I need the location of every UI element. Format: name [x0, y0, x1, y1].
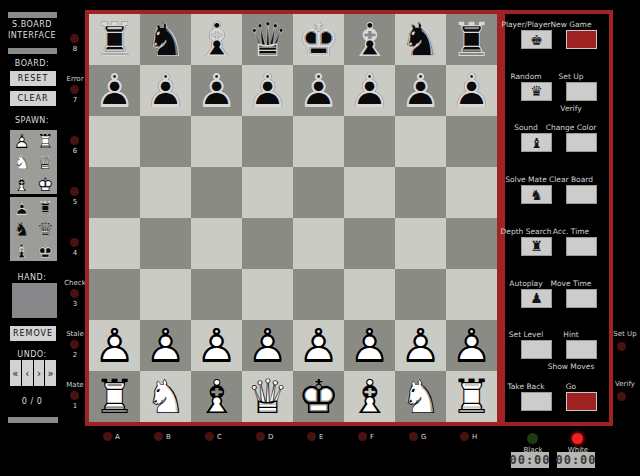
black-knight: ♞♘	[140, 14, 191, 65]
white-pawn-line: ♙	[344, 320, 395, 371]
white-knight: ♞♘	[395, 371, 446, 422]
spawn-section-label: SPAWN:	[0, 116, 64, 125]
spawn-white-bishop[interactable]: ♝♗	[10, 173, 34, 194]
white-queen-icon: ♛♕	[34, 151, 58, 172]
white-bishop-line: ♗	[191, 371, 242, 422]
rank-led-8	[70, 34, 79, 43]
square-g4[interactable]	[395, 218, 446, 269]
black-king-icon-line: ♔	[34, 240, 58, 261]
square-d8[interactable]: ♛♕	[242, 14, 293, 65]
rank-led-3	[70, 289, 79, 298]
black-pawn: ♟♙	[293, 65, 344, 116]
rank-number-6: 6	[64, 147, 86, 155]
black-queen: ♛♕	[242, 14, 293, 65]
clear-button[interactable]: CLEAR	[10, 91, 56, 106]
square-d5[interactable]	[242, 167, 293, 218]
square-c3[interactable]	[191, 269, 242, 320]
white-pawn: ♟♙	[89, 320, 140, 371]
black-queen-line: ♕	[242, 14, 293, 65]
white-queen-icon-line: ♕	[34, 151, 58, 172]
pawn-icon: ♟	[530, 291, 543, 305]
knight-icon: ♞	[530, 188, 543, 202]
white-king-icon: ♚♔	[34, 173, 58, 194]
square-b1[interactable]: ♞♘	[140, 371, 191, 422]
go-button[interactable]	[566, 392, 597, 411]
file-led-f	[358, 432, 367, 441]
clear-board-label: Clear Board	[534, 175, 608, 184]
move-time-button[interactable]	[566, 289, 597, 308]
black-pawn-line: ♙	[395, 65, 446, 116]
rank-status-label-error: Error	[64, 75, 86, 83]
white-queen-line: ♕	[242, 371, 293, 422]
take-back-button[interactable]	[521, 392, 552, 411]
black-pawn-line: ♙	[293, 65, 344, 116]
rank-number-5: 5	[64, 198, 86, 206]
square-f2[interactable]: ♟♙	[344, 320, 395, 371]
white-rook: ♜♖	[446, 371, 497, 422]
random-button[interactable]: ♛	[521, 82, 552, 101]
white-pawn: ♟♙	[395, 320, 446, 371]
rank-led-6	[70, 136, 79, 145]
rank-number-7: 7	[64, 96, 86, 104]
file-letter-b: B	[166, 433, 171, 441]
square-d3[interactable]	[242, 269, 293, 320]
spawn-white-queen[interactable]: ♛♕	[34, 151, 58, 172]
rank-number-8: 8	[64, 45, 86, 53]
undo-first-button[interactable]: «	[10, 360, 21, 386]
spawn-black-bishop[interactable]: ♝♗	[10, 240, 34, 261]
chess-board-frame: ♜♖♞♘♝♗♛♕♚♔♝♗♞♘♜♖♟♙♟♙♟♙♟♙♟♙♟♙♟♙♟♙♟♙♟♙♟♙♟♙…	[85, 10, 501, 426]
square-e2[interactable]: ♟♙	[293, 320, 344, 371]
square-d6[interactable]	[242, 116, 293, 167]
file-letter-e: E	[319, 433, 323, 441]
file-led-c	[205, 432, 214, 441]
square-f5[interactable]	[344, 167, 395, 218]
file-led-g	[409, 432, 418, 441]
black-pawn-line: ♙	[344, 65, 395, 116]
black-pawn-line: ♙	[89, 65, 140, 116]
black-bishop-line: ♗	[344, 14, 395, 65]
white-pawn-line: ♙	[89, 320, 140, 371]
square-e8[interactable]: ♚♔	[293, 14, 344, 65]
square-b8[interactable]: ♞♘	[140, 14, 191, 65]
black-pawn: ♟♙	[191, 65, 242, 116]
white-pawn-line: ♙	[293, 320, 344, 371]
white-pawn-icon-line: ♙	[10, 130, 34, 151]
spawn-white-pawn[interactable]: ♟♙	[10, 130, 34, 151]
black-rook-line: ♖	[89, 14, 140, 65]
white-pawn-line: ♙	[191, 320, 242, 371]
app-title-line2: INTERFACE	[0, 31, 64, 40]
square-b4[interactable]	[140, 218, 191, 269]
bishop-icon: ♝	[530, 136, 543, 150]
app-title-line1: S.BOARD	[0, 20, 64, 29]
spawn-black-pawn[interactable]: ♟♙	[10, 197, 34, 218]
outer-set-up-led	[617, 342, 626, 351]
black-pawn-icon: ♟♙	[10, 197, 34, 218]
white-pawn: ♟♙	[242, 320, 293, 371]
rank-status-label-mate: Mate	[64, 381, 86, 389]
square-g1[interactable]: ♞♘	[395, 371, 446, 422]
rook-icon: ♜	[530, 239, 543, 253]
hint-label: Hint	[534, 330, 608, 339]
file-letter-a: A	[115, 433, 120, 441]
clock-area: Black White 00:00 00:00	[495, 428, 640, 476]
spawn-white-rook[interactable]: ♜♖	[34, 130, 58, 151]
black-rook-icon: ♜♖	[34, 197, 58, 218]
black-king-icon: ♚♔	[34, 240, 58, 261]
square-g2[interactable]: ♟♙	[395, 320, 446, 371]
white-bishop: ♝♗	[191, 371, 242, 422]
square-a7[interactable]: ♟♙	[89, 65, 140, 116]
black-bishop: ♝♗	[191, 14, 242, 65]
file-letter-c: C	[217, 433, 222, 441]
square-d4[interactable]	[242, 218, 293, 269]
reset-button[interactable]: RESET	[10, 71, 56, 86]
black-rook-icon-line: ♖	[34, 197, 58, 218]
square-d2[interactable]: ♟♙	[242, 320, 293, 371]
move-time-label: Move Time	[534, 279, 608, 288]
black-bishop: ♝♗	[344, 14, 395, 65]
white-knight-icon: ♞♘	[10, 151, 34, 172]
black-knight-icon: ♞♘	[10, 218, 34, 239]
square-c4[interactable]	[191, 218, 242, 269]
white-rook-line: ♖	[446, 371, 497, 422]
queen-icon: ♛	[530, 84, 543, 98]
rank-number-4: 4	[64, 249, 86, 257]
divider-bar-title	[8, 48, 57, 54]
square-d7[interactable]: ♟♙	[242, 65, 293, 116]
square-e5[interactable]	[293, 167, 344, 218]
divider-bar-top	[8, 12, 57, 18]
spawn-black-panel: ♟♙♜♖♞♘♛♕♝♗♚♔	[10, 197, 57, 261]
hint-button[interactable]	[566, 340, 597, 359]
chess-board: ♜♖♞♘♝♗♛♕♚♔♝♗♞♘♜♖♟♙♟♙♟♙♟♙♟♙♟♙♟♙♟♙♟♙♟♙♟♙♟♙…	[89, 14, 497, 422]
white-clock-display: 00:00	[557, 452, 595, 468]
square-f7[interactable]: ♟♙	[344, 65, 395, 116]
black-knight: ♞♘	[395, 14, 446, 65]
square-h1[interactable]: ♜♖	[446, 371, 497, 422]
black-king-line: ♔	[293, 14, 344, 65]
white-pawn-line: ♙	[242, 320, 293, 371]
outer-set-up-label: Set Up	[610, 330, 640, 338]
file-letter-g: G	[421, 433, 426, 441]
square-a5[interactable]	[89, 167, 140, 218]
black-queen-icon: ♛♕	[34, 218, 58, 239]
file-letter-h: H	[472, 433, 477, 441]
square-h4[interactable]	[446, 218, 497, 269]
square-a3[interactable]	[89, 269, 140, 320]
square-f6[interactable]	[344, 116, 395, 167]
square-a4[interactable]	[89, 218, 140, 269]
black-pawn: ♟♙	[89, 65, 140, 116]
set-up-label: Set Up	[534, 72, 608, 81]
white-bishop-icon: ♝♗	[10, 173, 34, 194]
square-a1[interactable]: ♜♖	[89, 371, 140, 422]
square-g3[interactable]	[395, 269, 446, 320]
white-rook-icon: ♜♖	[34, 130, 58, 151]
autoplay-button[interactable]: ♟	[521, 289, 552, 308]
verify-label: Verify	[534, 104, 608, 113]
rank-led-5	[70, 187, 79, 196]
square-f8[interactable]: ♝♗	[344, 14, 395, 65]
undo-controls: «‹›»	[10, 360, 56, 386]
black-pawn: ♟♙	[344, 65, 395, 116]
white-pawn-line: ♙	[140, 320, 191, 371]
white-knight-line: ♘	[140, 371, 191, 422]
black-pawn-icon-line: ♙	[10, 197, 34, 218]
outer-verify-led	[617, 392, 626, 401]
square-f1[interactable]: ♝♗	[344, 371, 395, 422]
square-h2[interactable]: ♟♙	[446, 320, 497, 371]
spawn-white-knight[interactable]: ♞♘	[10, 151, 34, 172]
sound-button[interactable]: ♝	[521, 133, 552, 152]
square-a8[interactable]: ♜♖	[89, 14, 140, 65]
outer-indicators: Set UpVerify	[610, 320, 640, 420]
undo-counter: 0 / 0	[0, 397, 64, 406]
undo-forward-button[interactable]: ›	[34, 360, 45, 386]
change-color-button[interactable]	[566, 133, 597, 152]
file-led-b	[154, 432, 163, 441]
king-icon: ♚	[530, 33, 543, 47]
outer-verify-label: Verify	[610, 380, 640, 388]
clear-board-button[interactable]	[566, 185, 597, 204]
file-led-h	[460, 432, 469, 441]
white-knight: ♞♘	[140, 371, 191, 422]
square-b6[interactable]	[140, 116, 191, 167]
spawn-black-rook[interactable]: ♜♖	[34, 197, 58, 218]
white-bishop: ♝♗	[344, 371, 395, 422]
black-pawn: ♟♙	[242, 65, 293, 116]
change-color-label: Change Color	[534, 123, 608, 132]
new-game-button[interactable]	[566, 30, 597, 49]
white-rook-line: ♖	[89, 371, 140, 422]
set-up-button[interactable]	[566, 82, 597, 101]
white-pawn-line: ♙	[395, 320, 446, 371]
spawn-white-panel: ♟♙♜♖♞♘♛♕♝♗♚♔	[10, 130, 57, 194]
square-f3[interactable]	[344, 269, 395, 320]
square-e1[interactable]: ♚♔	[293, 371, 344, 422]
square-f4[interactable]	[344, 218, 395, 269]
white-queen: ♛♕	[242, 371, 293, 422]
control-panel: Player/Player♚New GameRandom♛Set UpVerif…	[501, 10, 613, 426]
square-c2[interactable]: ♟♙	[191, 320, 242, 371]
spawn-white-king[interactable]: ♚♔	[34, 173, 58, 194]
black-clock-display: 00:00	[511, 452, 549, 468]
white-knight-icon-line: ♘	[10, 151, 34, 172]
white-pawn-line: ♙	[446, 320, 497, 371]
square-c8[interactable]: ♝♗	[191, 14, 242, 65]
square-e3[interactable]	[293, 269, 344, 320]
white-king-line: ♔	[293, 371, 344, 422]
left-sidebar: S.BOARD INTERFACE BOARD: RESET CLEAR SPA…	[0, 0, 64, 476]
black-king: ♚♔	[293, 14, 344, 65]
go-label: Go	[534, 382, 608, 391]
white-pawn: ♟♙	[191, 320, 242, 371]
rank-number-1: 1	[64, 402, 86, 410]
white-bishop-icon-line: ♗	[10, 173, 34, 194]
white-pawn: ♟♙	[140, 320, 191, 371]
white-rook-icon-line: ♖	[34, 130, 58, 151]
file-led-a	[103, 432, 112, 441]
file-letter-d: D	[268, 433, 273, 441]
square-g8[interactable]: ♞♘	[395, 14, 446, 65]
square-b3[interactable]	[140, 269, 191, 320]
square-g7[interactable]: ♟♙	[395, 65, 446, 116]
rank-led-2	[70, 340, 79, 349]
rank-led-4	[70, 238, 79, 247]
file-led-e	[307, 432, 316, 441]
square-b5[interactable]	[140, 167, 191, 218]
spawn-black-knight[interactable]: ♞♘	[10, 218, 34, 239]
white-pawn-icon: ♟♙	[10, 130, 34, 151]
solve-mate-button[interactable]: ♞	[521, 185, 552, 204]
square-c5[interactable]	[191, 167, 242, 218]
square-b7[interactable]: ♟♙	[140, 65, 191, 116]
square-c1[interactable]: ♝♗	[191, 371, 242, 422]
square-c6[interactable]	[191, 116, 242, 167]
black-knight-line: ♘	[395, 14, 446, 65]
square-e6[interactable]	[293, 116, 344, 167]
divider-bar-bottom	[8, 417, 58, 423]
hand-box[interactable]	[12, 283, 57, 318]
black-pawn: ♟♙	[140, 65, 191, 116]
square-b2[interactable]: ♟♙	[140, 320, 191, 371]
square-a6[interactable]	[89, 116, 140, 167]
black-knight-icon-line: ♘	[10, 218, 34, 239]
set-level-button[interactable]	[521, 340, 552, 359]
file-led-d	[256, 432, 265, 441]
white-king-icon-line: ♔	[34, 173, 58, 194]
square-d1[interactable]: ♛♕	[242, 371, 293, 422]
black-pawn-line: ♙	[191, 65, 242, 116]
undo-section-label: UNDO:	[0, 350, 64, 359]
spawn-black-king[interactable]: ♚♔	[34, 240, 58, 261]
show-moves-label: Show Moves	[534, 362, 608, 371]
hand-section-label: HAND:	[0, 273, 64, 282]
acc-time-button[interactable]	[566, 237, 597, 256]
black-pawn-line: ♙	[140, 65, 191, 116]
square-g6[interactable]	[395, 116, 446, 167]
white-pawn: ♟♙	[293, 320, 344, 371]
white-pawn: ♟♙	[344, 320, 395, 371]
rank-status-label-stale: Stale	[64, 330, 86, 338]
new-game-label: New Game	[534, 20, 608, 29]
black-rook: ♜♖	[89, 14, 140, 65]
rank-led-1	[70, 391, 79, 400]
rank-status-label-check: Check	[64, 279, 86, 287]
depth-search-button[interactable]: ♜	[521, 237, 552, 256]
square-a2[interactable]: ♟♙	[89, 320, 140, 371]
board-section-label: BOARD:	[0, 59, 64, 68]
rank-indicator-column: 8Error7654Check3Stale2Mate1	[64, 0, 86, 430]
square-e7[interactable]: ♟♙	[293, 65, 344, 116]
white-rook: ♜♖	[89, 371, 140, 422]
white-turn-led	[572, 433, 583, 444]
square-c7[interactable]: ♟♙	[191, 65, 242, 116]
square-g5[interactable]	[395, 167, 446, 218]
remove-button[interactable]: REMOVE	[10, 326, 56, 341]
white-knight-line: ♘	[395, 371, 446, 422]
black-pawn-line: ♙	[242, 65, 293, 116]
rank-led-7	[70, 85, 79, 94]
square-h3[interactable]	[446, 269, 497, 320]
black-bishop-line: ♗	[191, 14, 242, 65]
rank-number-2: 2	[64, 351, 86, 359]
rank-number-3: 3	[64, 300, 86, 308]
black-bishop-icon: ♝♗	[10, 240, 34, 261]
square-e4[interactable]	[293, 218, 344, 269]
white-bishop-line: ♗	[344, 371, 395, 422]
undo-last-button[interactable]: »	[45, 360, 56, 386]
spawn-black-queen[interactable]: ♛♕	[34, 218, 58, 239]
file-letter-f: F	[370, 433, 374, 441]
black-pawn: ♟♙	[395, 65, 446, 116]
player-player-button[interactable]: ♚	[521, 30, 552, 49]
black-queen-icon-line: ♕	[34, 218, 58, 239]
acc-time-label: Acc. Time	[534, 227, 608, 236]
white-king: ♚♔	[293, 371, 344, 422]
undo-back-button[interactable]: ‹	[22, 360, 33, 386]
black-knight-line: ♘	[140, 14, 191, 65]
black-turn-led	[527, 433, 538, 444]
white-pawn: ♟♙	[446, 320, 497, 371]
black-bishop-icon-line: ♗	[10, 240, 34, 261]
file-indicator-row: ABCDEFGH	[85, 428, 501, 448]
